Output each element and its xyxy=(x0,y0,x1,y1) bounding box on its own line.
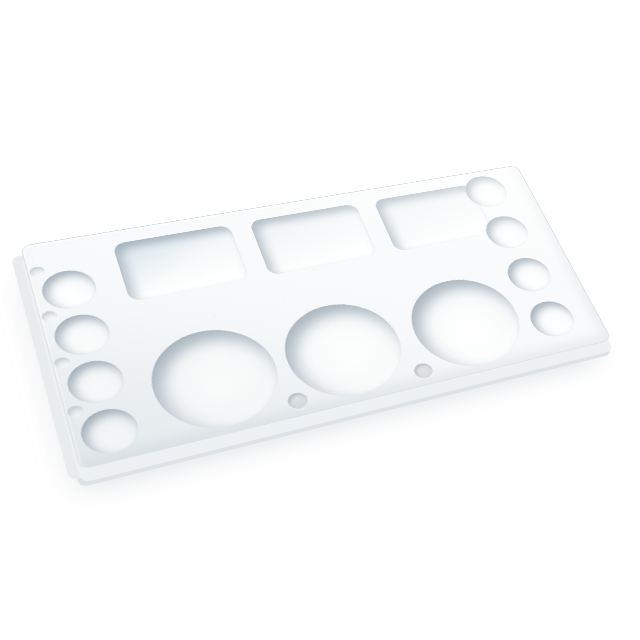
paint-palette xyxy=(20,165,612,470)
brush-hole-1 xyxy=(285,391,310,411)
small-well-left-1 xyxy=(38,267,101,313)
small-well-left-2 xyxy=(50,310,115,359)
photo-background xyxy=(0,0,640,640)
large-mixing-well-2 xyxy=(271,295,417,407)
large-mixing-well-1 xyxy=(139,320,292,440)
edge-notch-1 xyxy=(28,266,46,278)
small-well-right-2 xyxy=(480,213,534,251)
brush-hole-2 xyxy=(412,362,436,381)
rect-well-2 xyxy=(249,204,378,276)
small-well-right-4 xyxy=(524,298,581,341)
small-well-right-3 xyxy=(501,255,557,295)
edge-notch-2 xyxy=(40,310,58,323)
large-mixing-well-3 xyxy=(396,271,535,376)
edge-notch-3 xyxy=(53,356,71,370)
small-well-left-3 xyxy=(63,356,129,408)
rect-well-1 xyxy=(112,225,249,302)
edge-notch-4 xyxy=(66,404,85,418)
small-well-left-4 xyxy=(76,404,144,459)
